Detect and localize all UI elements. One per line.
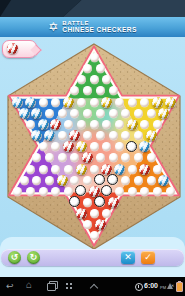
board-hole-r7c1[interactable] [26,120,35,129]
board-hole-r5c10[interactable] [128,98,137,107]
board-hole-r12c3[interactable] [45,176,54,185]
board-hole-r11c3[interactable] [51,165,60,174]
marble-blue-r6c1[interactable] [19,108,30,119]
marble-blue-r7c2[interactable] [38,119,49,130]
board-hole-r12c9[interactable] [121,176,130,185]
turn-indicator-chip [2,40,37,58]
marble-yellow-r5c5[interactable] [63,97,74,108]
marble-yellow-r5c8[interactable] [101,97,112,108]
board-hole-r11c6[interactable] [90,165,99,174]
board-hole-r12c11[interactable] [147,176,156,185]
marble-yellow-r7c9[interactable] [127,119,138,130]
cancel-move-button[interactable]: ✕ [121,251,135,264]
board-hole-r8c9[interactable] [134,131,143,140]
board-hole-r11c1[interactable] [26,165,35,174]
board-hole-r9c5[interactable] [90,142,99,151]
chevron-up-icon[interactable] [90,284,98,292]
marble-blue-r12c12[interactable] [158,175,169,186]
board-hole-r1c1[interactable] [90,53,99,62]
board-hole-r11c11[interactable] [153,165,162,174]
board-hole-r10c10[interactable] [147,153,156,162]
board-hole-r5c11[interactable] [140,98,149,107]
board-hole-r11c4[interactable] [64,165,73,174]
move-highlight-r13c8[interactable] [101,185,112,196]
board-hole-r13c9[interactable] [115,187,124,196]
marble-yellow-r12c4[interactable] [57,175,68,186]
board-hole-r6c10[interactable] [134,109,143,118]
android-navbar: ↩ ⌂ 6:00 PM [0,277,185,296]
marble-blue-r5c2[interactable] [25,97,36,108]
alarm-clock-icon [135,283,143,291]
board-hole-r8c6[interactable] [96,131,105,140]
status-time: 6:00 [144,282,158,289]
marble-yellow-r5c12[interactable] [152,97,163,108]
board-hole-r13c5[interactable] [64,187,73,196]
redo-icon: ↻ [30,252,38,262]
board-hole-r13c12[interactable] [153,187,162,196]
board-hole-r3c2[interactable] [90,75,99,84]
board-hole-r13c13[interactable] [166,187,175,196]
no-signal-icon [167,283,173,289]
game-toolbar: ↺ ↻ ✕ ✓ [1,249,184,266]
board-hole-r12c10[interactable] [134,176,143,185]
board-hole-r7c5[interactable] [77,120,86,129]
board-hole-r12c1[interactable] [20,176,29,185]
board-hole-r6c7[interactable] [96,109,105,118]
confirm-icon: ✓ [144,252,152,262]
marble-yellow-r9c4[interactable] [76,141,87,152]
board-hole-r5c9[interactable] [115,98,124,107]
board-hole-r5c3[interactable] [39,98,48,107]
board-hole-r6c3[interactable] [45,109,54,118]
board-hole-r6c9[interactable] [121,109,130,118]
app-screen: ✡ Battle Chinese Checkers ↺ ↻ ✕ ✓ ↩ ⌂ 6:… [0,0,185,296]
marble-red-r15c1[interactable] [76,208,87,219]
marble-red-r14c4[interactable] [108,197,119,208]
marble-red-r11c10[interactable] [139,164,150,175]
back-button-icon[interactable]: ↩ [6,281,14,291]
marble-red-r13c7[interactable] [89,186,100,197]
screenshot-button-icon[interactable] [65,282,73,290]
board-hole-r7c4[interactable] [64,120,73,129]
undo-icon: ↺ [11,252,19,262]
board-hole-r12c2[interactable] [32,176,41,185]
undo-button[interactable]: ↺ [8,251,21,264]
status-meridiem: PM [160,285,166,290]
board-hole-r10c7[interactable] [109,153,118,162]
board-hole-r7c8[interactable] [115,120,124,129]
board-hole-r11c2[interactable] [39,165,48,174]
board-hole-r6c8[interactable] [109,109,118,118]
board-hole-r13c2[interactable] [26,187,35,196]
recents-button-icon[interactable] [47,283,56,291]
board-hole-r8c3[interactable] [58,131,67,140]
board-hole-r7c6[interactable] [90,120,99,129]
board-hole-r6c11[interactable] [147,109,156,118]
board-hole-r5c4[interactable] [51,98,60,107]
cancel-icon: ✕ [124,252,132,262]
board-hole-r5c6[interactable] [77,98,86,107]
board-hole-r8c7[interactable] [109,131,118,140]
marble-yellow-r8c10[interactable] [146,130,157,141]
move-highlight-r9c8[interactable] [126,141,137,152]
board-hole-r11c9[interactable] [128,165,137,174]
battery-icon [176,282,183,292]
board-hole-r9c1[interactable] [39,142,48,151]
marble-blue-r11c8[interactable] [114,164,125,175]
marble-red-r11c7[interactable] [101,164,112,175]
confirm-move-button[interactable]: ✓ [141,251,155,264]
board-hole-r13c10[interactable] [128,187,137,196]
board-hole-r2c2[interactable] [96,64,105,73]
board-hole-r12c6[interactable] [83,176,92,185]
board-hole-r13c3[interactable] [39,187,48,196]
home-button-icon[interactable]: ⌂ [26,280,32,290]
board-hole-r7c11[interactable] [153,120,162,129]
board-hole-r17c1[interactable] [90,231,99,240]
board-hole-r15c2[interactable] [90,209,99,218]
board-hole-r4c4[interactable] [109,86,118,95]
marble-yellow-r5c13[interactable] [165,97,176,108]
marble-yellow-r11c5[interactable] [76,164,87,175]
board-hole-r14c2[interactable] [83,198,92,207]
board-hole-r6c6[interactable] [83,109,92,118]
turn-indicator-red-marble [7,43,18,54]
board-hole-r6c4[interactable] [58,109,67,118]
board-hole-r5c7[interactable] [90,98,99,107]
marble-blue-r5c1[interactable] [12,97,23,108]
redo-button[interactable]: ↻ [27,251,40,264]
